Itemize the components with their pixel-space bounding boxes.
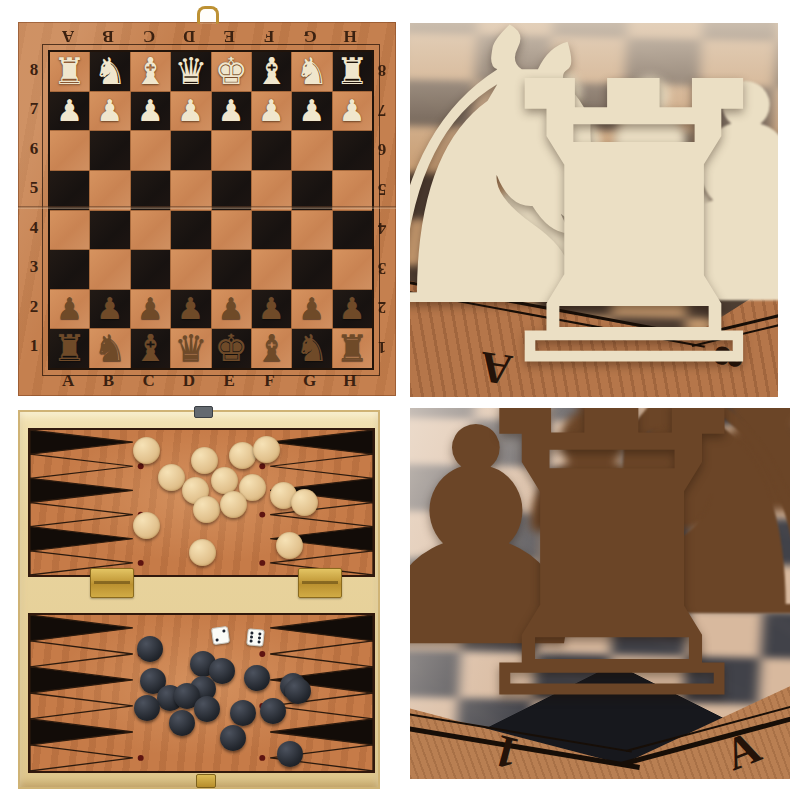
rank-label: 4 xyxy=(22,208,46,248)
white-pawn: ♟ xyxy=(97,96,124,126)
white-pawn: ♟ xyxy=(339,96,366,126)
rank-label: 6 xyxy=(22,129,46,169)
file-label: E xyxy=(209,23,249,49)
square-f8: ♝ xyxy=(252,52,291,91)
light-checker xyxy=(229,442,256,469)
die-showing-6 xyxy=(246,628,265,647)
dark-checker xyxy=(285,678,311,704)
dark-pawn: ♟ xyxy=(339,294,366,324)
square-a4 xyxy=(50,211,89,250)
clasp-icon xyxy=(197,6,219,24)
light-checker xyxy=(276,532,303,559)
rank-label: 1 xyxy=(22,327,46,367)
dark-queen: ♛ xyxy=(174,330,207,367)
square-g1: ♞ xyxy=(292,329,331,368)
square-c3 xyxy=(131,250,170,289)
square-e2: ♟ xyxy=(212,290,251,329)
white-pawn: ♟ xyxy=(218,96,245,126)
square-a6 xyxy=(50,131,89,170)
photo-dark-pieces-closeup: ♟♟♟♟♜♞ 1 A xyxy=(410,408,790,779)
square-c2: ♟ xyxy=(131,290,170,329)
square-f2: ♟ xyxy=(252,290,291,329)
square-e5 xyxy=(212,171,251,210)
brass-hinge-icon xyxy=(90,568,134,598)
file-labels-top: ABCDEFGH xyxy=(48,23,370,49)
clasp-icon xyxy=(194,406,213,418)
dark-pawn: ♟ xyxy=(56,294,83,324)
square-c8: ♝ xyxy=(131,52,170,91)
square-a7: ♟ xyxy=(50,92,89,131)
square-g4 xyxy=(292,211,331,250)
white-bishop: ♝ xyxy=(134,53,167,90)
square-f3 xyxy=(252,250,291,289)
backgammon-lower-half xyxy=(28,613,375,773)
white-pawn: ♟ xyxy=(177,96,204,126)
white-rook: ♜ xyxy=(53,53,86,90)
square-h3 xyxy=(333,250,372,289)
file-label: D xyxy=(169,23,209,49)
square-b3 xyxy=(90,250,129,289)
white-rook: ♜ xyxy=(460,33,778,397)
white-pawn: ♟ xyxy=(258,96,285,126)
square-b6 xyxy=(90,131,129,170)
file-label: G xyxy=(290,23,330,49)
die-showing-2 xyxy=(211,626,230,645)
square-a3 xyxy=(50,250,89,289)
light-checker xyxy=(253,436,280,463)
square-e3 xyxy=(212,250,251,289)
dark-king: ♚ xyxy=(215,330,248,367)
dark-pawn: ♟ xyxy=(258,294,285,324)
light-checker xyxy=(211,467,238,494)
square-b4 xyxy=(90,211,129,250)
dark-checker xyxy=(244,665,270,691)
rank-label: 5 xyxy=(22,169,46,209)
dark-pawn: ♟ xyxy=(97,294,124,324)
square-b8: ♞ xyxy=(90,52,129,91)
square-e8: ♚ xyxy=(212,52,251,91)
photo-white-pieces-closeup: ♟♟♞♜♟ A 8 xyxy=(410,23,778,397)
light-checker xyxy=(291,489,318,516)
chess-board: ♜♞♝♛♚♝♞♜♟♟♟♟♟♟♟♟♟♟♟♟♟♟♟♟♜♞♝♛♚♝♞♜ xyxy=(48,50,374,370)
white-rook: ♜ xyxy=(336,53,369,90)
square-a2: ♟ xyxy=(50,290,89,329)
square-g8: ♞ xyxy=(292,52,331,91)
brass-hinge-icon xyxy=(298,568,342,598)
photo-chess-board-top-view: ABCDEFGH ABCDEFGH 87654321 87654321 ♜♞♝♛… xyxy=(18,22,396,396)
square-b7: ♟ xyxy=(90,92,129,131)
file-label: B xyxy=(88,23,128,49)
white-bishop: ♝ xyxy=(255,53,288,90)
dark-rook: ♜ xyxy=(53,330,86,367)
product-photo-grid: ABCDEFGH ABCDEFGH 87654321 87654321 ♜♞♝♛… xyxy=(0,0,800,800)
dark-pawn: ♟ xyxy=(218,294,245,324)
dark-checker xyxy=(134,695,160,721)
light-checker xyxy=(133,512,160,539)
file-label: C xyxy=(129,23,169,49)
light-checker xyxy=(189,539,216,566)
square-a5 xyxy=(50,171,89,210)
rank-label: 2 xyxy=(22,287,46,327)
dark-checker xyxy=(277,741,303,767)
file-label: D xyxy=(169,368,209,394)
square-c5 xyxy=(131,171,170,210)
brass-latch-icon xyxy=(196,774,216,788)
dark-knight: ♞ xyxy=(295,330,328,367)
square-b1: ♞ xyxy=(90,329,129,368)
dark-pawn: ♟ xyxy=(137,294,164,324)
file-label: G xyxy=(290,368,330,394)
square-d7: ♟ xyxy=(171,92,210,131)
square-e4 xyxy=(212,211,251,250)
dark-checker xyxy=(220,725,246,751)
square-d5 xyxy=(171,171,210,210)
square-g2: ♟ xyxy=(292,290,331,329)
file-label: F xyxy=(249,368,289,394)
square-a1: ♜ xyxy=(50,329,89,368)
square-c7: ♟ xyxy=(131,92,170,131)
square-e7: ♟ xyxy=(212,92,251,131)
rank-label: 8 xyxy=(22,50,46,90)
fold-hinge-seam xyxy=(18,206,396,209)
square-d8: ♛ xyxy=(171,52,210,91)
square-d2: ♟ xyxy=(171,290,210,329)
rank-label: 7 xyxy=(22,90,46,130)
square-d3 xyxy=(171,250,210,289)
square-f4 xyxy=(252,211,291,250)
square-f1: ♝ xyxy=(252,329,291,368)
square-g5 xyxy=(292,171,331,210)
square-h2: ♟ xyxy=(333,290,372,329)
square-f5 xyxy=(252,171,291,210)
file-label: A xyxy=(48,23,88,49)
square-e1: ♚ xyxy=(212,329,251,368)
dark-checker xyxy=(194,696,220,722)
file-label: A xyxy=(48,368,88,394)
square-h7: ♟ xyxy=(333,92,372,131)
white-knight: ♞ xyxy=(295,53,328,90)
square-c6 xyxy=(131,131,170,170)
square-h8: ♜ xyxy=(333,52,372,91)
light-checker xyxy=(133,437,160,464)
square-d1: ♛ xyxy=(171,329,210,368)
file-label: F xyxy=(249,23,289,49)
dark-bishop: ♝ xyxy=(134,330,167,367)
dark-rook: ♜ xyxy=(336,330,369,367)
dark-rook: ♜ xyxy=(433,408,790,756)
dark-checker xyxy=(230,700,256,726)
backgammon-upper-half xyxy=(28,428,375,577)
dark-pawn: ♟ xyxy=(177,294,204,324)
dark-pawn: ♟ xyxy=(298,294,325,324)
square-a8: ♜ xyxy=(50,52,89,91)
white-pawn: ♟ xyxy=(137,96,164,126)
light-checker xyxy=(191,447,218,474)
white-pawn: ♟ xyxy=(298,96,325,126)
photo-backgammon-box-open xyxy=(18,410,380,789)
light-checker xyxy=(220,491,247,518)
square-e6 xyxy=(212,131,251,170)
square-h1: ♜ xyxy=(333,329,372,368)
square-f7: ♟ xyxy=(252,92,291,131)
white-king: ♚ xyxy=(215,53,248,90)
file-label: B xyxy=(88,368,128,394)
file-label: C xyxy=(129,368,169,394)
white-queen: ♛ xyxy=(174,53,207,90)
square-c4 xyxy=(131,211,170,250)
file-labels-bottom: ABCDEFGH xyxy=(48,368,370,394)
square-g7: ♟ xyxy=(292,92,331,131)
square-h6 xyxy=(333,131,372,170)
square-f6 xyxy=(252,131,291,170)
white-pawn: ♟ xyxy=(56,96,83,126)
rank-label: 3 xyxy=(22,248,46,288)
square-g6 xyxy=(292,131,331,170)
white-knight: ♞ xyxy=(93,53,126,90)
square-d6 xyxy=(171,131,210,170)
dark-bishop: ♝ xyxy=(255,330,288,367)
square-h4 xyxy=(333,211,372,250)
square-d4 xyxy=(171,211,210,250)
square-c1: ♝ xyxy=(131,329,170,368)
dark-checker xyxy=(137,636,163,662)
dark-checker xyxy=(260,698,286,724)
file-label: H xyxy=(330,23,370,49)
square-b2: ♟ xyxy=(90,290,129,329)
dark-knight: ♞ xyxy=(93,330,126,367)
light-checker xyxy=(193,496,220,523)
square-h5 xyxy=(333,171,372,210)
square-b5 xyxy=(90,171,129,210)
file-label: H xyxy=(330,368,370,394)
light-checker xyxy=(158,464,185,491)
file-label: E xyxy=(209,368,249,394)
dark-checker xyxy=(169,710,195,736)
square-g3 xyxy=(292,250,331,289)
